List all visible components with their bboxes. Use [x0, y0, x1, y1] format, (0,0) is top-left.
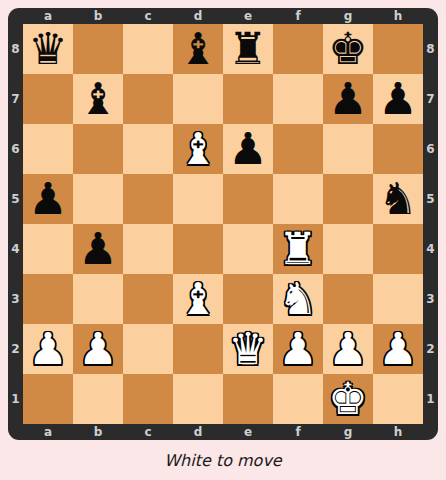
piece-white-bishop[interactable]: ♝: [178, 274, 217, 324]
square-h4[interactable]: [373, 224, 423, 274]
square-h2[interactable]: ♟: [373, 324, 423, 374]
piece-black-bishop[interactable]: ♝: [78, 74, 117, 124]
square-h5[interactable]: ♞: [373, 174, 423, 224]
rank-label-left-8: 8: [8, 24, 23, 74]
square-g8[interactable]: ♚: [323, 24, 373, 74]
square-d3[interactable]: ♝: [173, 274, 223, 324]
square-d2[interactable]: [173, 324, 223, 374]
side-to-move-caption: White to move: [0, 442, 446, 478]
file-label-bottom-d: d: [173, 424, 223, 440]
piece-white-pawn[interactable]: ♟: [378, 324, 417, 374]
square-d4[interactable]: [173, 224, 223, 274]
square-a3[interactable]: [23, 274, 73, 324]
square-c7[interactable]: [123, 74, 173, 124]
file-label-g: g: [323, 8, 373, 24]
piece-white-queen[interactable]: ♛: [228, 324, 267, 374]
file-label-d: d: [173, 8, 223, 24]
square-c6[interactable]: [123, 124, 173, 174]
file-label-bottom-a: a: [23, 424, 73, 440]
square-b2[interactable]: ♟: [73, 324, 123, 374]
piece-white-knight[interactable]: ♞: [278, 274, 317, 324]
frame-corner: [423, 8, 438, 24]
square-f2[interactable]: ♟: [273, 324, 323, 374]
square-b6[interactable]: [73, 124, 123, 174]
piece-black-pawn[interactable]: ♟: [228, 124, 267, 174]
square-f6[interactable]: [273, 124, 323, 174]
piece-black-pawn[interactable]: ♟: [78, 224, 117, 274]
square-a7[interactable]: [23, 74, 73, 124]
square-e5[interactable]: [223, 174, 273, 224]
piece-white-pawn[interactable]: ♟: [78, 324, 117, 374]
rank-label-right-5: 5: [423, 174, 438, 224]
frame-corner: [423, 424, 438, 440]
square-g1[interactable]: ♚: [323, 374, 373, 424]
rank-label-right-3: 3: [423, 274, 438, 324]
square-h6[interactable]: [373, 124, 423, 174]
rank-label-left-2: 2: [8, 324, 23, 374]
square-h1[interactable]: [373, 374, 423, 424]
square-b1[interactable]: [73, 374, 123, 424]
rank-label-left-5: 5: [8, 174, 23, 224]
piece-black-king[interactable]: ♚: [328, 24, 367, 74]
file-label-bottom-g: g: [323, 424, 373, 440]
square-b3[interactable]: [73, 274, 123, 324]
file-label-bottom-f: f: [273, 424, 323, 440]
square-d8[interactable]: ♝: [173, 24, 223, 74]
square-g7[interactable]: ♟: [323, 74, 373, 124]
square-c3[interactable]: [123, 274, 173, 324]
square-a2[interactable]: ♟: [23, 324, 73, 374]
piece-black-pawn[interactable]: ♟: [328, 74, 367, 124]
square-b7[interactable]: ♝: [73, 74, 123, 124]
square-a1[interactable]: [23, 374, 73, 424]
square-g4[interactable]: [323, 224, 373, 274]
square-c4[interactable]: [123, 224, 173, 274]
square-c2[interactable]: [123, 324, 173, 374]
rank-label-right-2: 2: [423, 324, 438, 374]
piece-black-pawn[interactable]: ♟: [28, 174, 67, 224]
file-label-e: e: [223, 8, 273, 24]
rank-label-right-7: 7: [423, 74, 438, 124]
square-a6[interactable]: [23, 124, 73, 174]
piece-white-bishop[interactable]: ♝: [178, 124, 217, 174]
square-b5[interactable]: [73, 174, 123, 224]
rank-label-right-6: 6: [423, 124, 438, 174]
square-a4[interactable]: [23, 224, 73, 274]
chess-board: abcdefgh8♛♝♜♚87♝♟♟76♝♟65♟♞54♟♜43♝♞32♟♟♛♟…: [8, 8, 438, 440]
file-label-bottom-b: b: [73, 424, 123, 440]
square-h3[interactable]: [373, 274, 423, 324]
file-label-bottom-e: e: [223, 424, 273, 440]
piece-white-king[interactable]: ♚: [328, 374, 367, 424]
piece-white-pawn[interactable]: ♟: [278, 324, 317, 374]
rank-label-left-6: 6: [8, 124, 23, 174]
rank-label-left-1: 1: [8, 374, 23, 424]
square-e2[interactable]: ♛: [223, 324, 273, 374]
square-f3[interactable]: ♞: [273, 274, 323, 324]
piece-white-rook[interactable]: ♜: [278, 224, 317, 274]
piece-black-rook[interactable]: ♜: [228, 24, 267, 74]
square-g6[interactable]: [323, 124, 373, 174]
square-b4[interactable]: ♟: [73, 224, 123, 274]
square-a8[interactable]: ♛: [23, 24, 73, 74]
square-c5[interactable]: [123, 174, 173, 224]
square-b8[interactable]: [73, 24, 123, 74]
square-f5[interactable]: [273, 174, 323, 224]
file-label-bottom-h: h: [373, 424, 423, 440]
piece-black-pawn[interactable]: ♟: [378, 74, 417, 124]
file-label-h: h: [373, 8, 423, 24]
square-e7[interactable]: [223, 74, 273, 124]
piece-black-knight[interactable]: ♞: [378, 174, 417, 224]
rank-label-right-4: 4: [423, 224, 438, 274]
square-e1[interactable]: [223, 374, 273, 424]
file-label-c: c: [123, 8, 173, 24]
file-label-b: b: [73, 8, 123, 24]
square-f7[interactable]: [273, 74, 323, 124]
square-d1[interactable]: [173, 374, 223, 424]
square-g2[interactable]: ♟: [323, 324, 373, 374]
square-e8[interactable]: ♜: [223, 24, 273, 74]
file-label-bottom-c: c: [123, 424, 173, 440]
chess-puzzle-page: abcdefgh8♛♝♜♚87♝♟♟76♝♟65♟♞54♟♜43♝♞32♟♟♛♟…: [0, 0, 446, 480]
rank-label-left-3: 3: [8, 274, 23, 324]
square-f1[interactable]: [273, 374, 323, 424]
square-e6[interactable]: ♟: [223, 124, 273, 174]
square-d7[interactable]: [173, 74, 223, 124]
square-e4[interactable]: [223, 224, 273, 274]
square-d6[interactable]: ♝: [173, 124, 223, 174]
square-c1[interactable]: [123, 374, 173, 424]
square-f8[interactable]: [273, 24, 323, 74]
square-f4[interactable]: ♜: [273, 224, 323, 274]
chess-board-frame: abcdefgh8♛♝♜♚87♝♟♟76♝♟65♟♞54♟♜43♝♞32♟♟♛♟…: [8, 8, 438, 440]
square-e3[interactable]: [223, 274, 273, 324]
frame-corner: [8, 424, 23, 440]
piece-black-queen[interactable]: ♛: [28, 24, 67, 74]
square-h8[interactable]: [373, 24, 423, 74]
file-label-f: f: [273, 8, 323, 24]
square-g5[interactable]: [323, 174, 373, 224]
frame-corner: [8, 8, 23, 24]
rank-label-right-1: 1: [423, 374, 438, 424]
piece-white-pawn[interactable]: ♟: [28, 324, 67, 374]
rank-label-right-8: 8: [423, 24, 438, 74]
square-c8[interactable]: [123, 24, 173, 74]
rank-label-left-7: 7: [8, 74, 23, 124]
piece-black-bishop[interactable]: ♝: [178, 24, 217, 74]
piece-white-pawn[interactable]: ♟: [328, 324, 367, 374]
square-g3[interactable]: [323, 274, 373, 324]
square-h7[interactable]: ♟: [373, 74, 423, 124]
square-a5[interactable]: ♟: [23, 174, 73, 224]
square-d5[interactable]: [173, 174, 223, 224]
rank-label-left-4: 4: [8, 224, 23, 274]
file-label-a: a: [23, 8, 73, 24]
